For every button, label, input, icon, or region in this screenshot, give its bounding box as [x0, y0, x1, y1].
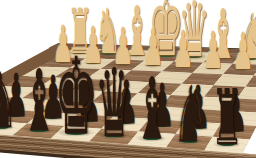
piece-bQ-d8: ♛ — [95, 56, 134, 151]
piece-bN-g8: ♞ — [0, 62, 17, 139]
piece-wP-d2: ♟ — [172, 24, 193, 75]
piece-bN-b8: ♞ — [174, 76, 206, 153]
piece-wP-b2: ♟ — [232, 26, 253, 77]
piece-bB-c8: ♝ — [134, 67, 169, 152]
piece-bR-a8: ♜ — [212, 80, 244, 157]
chess-board-photo: ♜♞♝♛♚♝♞♜♟♟♟♟♟♟♟♟♟♟♟♟♟♟♟♟♜♞♝♛♚♝♞♜ — [0, 0, 256, 158]
piece-bB-f8: ♝ — [21, 59, 56, 144]
piece-wP-c2: ♟ — [202, 25, 223, 76]
piece-bK-e8: ♚ — [55, 44, 99, 150]
